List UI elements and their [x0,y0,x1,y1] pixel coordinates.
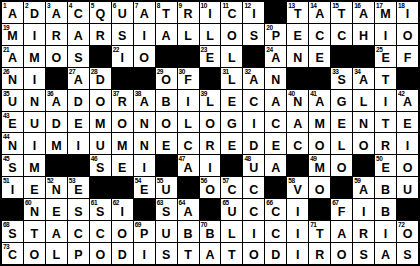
grid-cell[interactable]: 26N [2,68,23,89]
cell-letter: I [77,140,80,155]
grid-cell[interactable]: N [134,112,155,133]
grid-cell[interactable]: 40N [287,90,308,111]
grid-cell[interactable]: E [397,112,418,133]
grid-cell[interactable]: 57C [221,177,242,198]
cell-letter: R [359,228,368,243]
cell-letter: I [142,30,145,45]
grid-cell[interactable]: I [178,90,199,111]
block-cell [243,46,264,67]
grid-cell[interactable]: 21A [2,46,23,67]
grid-cell[interactable]: I [134,243,155,264]
grid-cell[interactable]: 1A [2,2,23,23]
grid-cell[interactable]: E [24,177,45,198]
cell-letter: B [162,96,171,111]
grid-cell[interactable]: I [287,221,308,242]
grid-cell[interactable]: E [68,112,89,133]
grid-cell[interactable]: P [68,243,89,264]
grid-cell[interactable]: D [112,243,133,264]
grid-cell[interactable]: 20P [265,24,286,45]
grid-cell[interactable]: 43E [2,112,23,133]
grid-cell[interactable]: S [397,243,418,264]
grid-cell[interactable]: 54E [134,177,155,198]
grid-cell[interactable]: A [68,24,89,45]
grid-cell[interactable]: E [331,112,352,133]
grid-cell[interactable]: O [397,155,418,176]
cell-letter: O [337,162,347,177]
grid-cell[interactable]: 35U [2,90,23,111]
grid-cell[interactable]: S [68,46,89,67]
grid-cell[interactable]: I [134,24,155,45]
grid-cell[interactable]: 37R [112,90,133,111]
grid-cell[interactable]: O [331,243,352,264]
cell-letter: E [403,118,411,133]
grid-cell[interactable]: O [309,133,330,154]
cell-letter: A [74,30,83,45]
cell-letter: R [184,8,193,23]
grid-cell[interactable]: O [331,155,352,176]
cell-letter: U [162,184,171,199]
grid-cell[interactable]: G [221,112,242,133]
block-cell [90,46,111,67]
grid-cell[interactable]: 61S [90,199,111,220]
cell-letter: O [337,249,347,264]
cell-letter: T [294,8,302,23]
block-cell [178,46,199,67]
grid-cell[interactable]: O [134,46,155,67]
grid-cell[interactable]: I [287,243,308,264]
grid-cell[interactable]: 44N [2,133,23,154]
grid-cell[interactable]: 32A [243,68,264,89]
grid-cell[interactable]: B [375,177,396,198]
cell-letter: S [359,249,367,264]
cell-letter: B [184,228,193,243]
cell-letter: I [384,96,387,111]
grid-cell[interactable]: O [112,112,133,133]
grid-cell[interactable]: 67F [331,199,352,220]
grid-cell[interactable]: R [375,133,396,154]
grid-cell[interactable]: C [243,90,264,111]
grid-cell[interactable]: M [112,133,133,154]
cell-letter: O [95,249,105,264]
grid-cell[interactable]: D [243,133,264,154]
cell-letter: C [293,140,302,155]
grid-cell[interactable]: 24A [265,46,286,67]
grid-cell[interactable]: 3A [46,2,67,23]
cell-letter: H [359,30,368,45]
grid-cell[interactable]: 17M [375,2,396,23]
cell-letter: L [206,96,214,111]
grid-cell[interactable]: 7A [134,2,155,23]
cell-letter: U [403,184,412,199]
clue-number: 56 [201,177,207,184]
cell-letter: C [337,30,346,45]
grid-cell[interactable]: U [24,112,45,133]
grid-cell[interactable]: 47A [178,155,199,176]
cell-letter: E [272,140,280,155]
grid-cell[interactable]: I [397,133,418,154]
cell-letter: P [74,249,82,264]
cell-letter: E [30,184,38,199]
grid-cell[interactable]: A [265,155,286,176]
grid-cell[interactable]: M [309,112,330,133]
grid-cell[interactable]: L [178,112,199,133]
grid-cell[interactable]: D [265,243,286,264]
cell-letter: I [362,206,365,221]
grid-cell[interactable]: 8T [156,2,177,23]
grid-cell[interactable]: S [353,243,374,264]
grid-cell[interactable]: 59A [353,177,374,198]
grid-cell[interactable]: 49M [309,155,330,176]
grid-cell[interactable]: I [353,199,374,220]
grid-cell[interactable]: 62I [112,199,133,220]
cell-letter: G [337,96,347,111]
grid-cell[interactable]: C [309,24,330,45]
grid-cell[interactable]: 27A [68,68,89,89]
block-cell [46,68,67,89]
grid-cell[interactable]: 29O [156,68,177,89]
grid-cell[interactable]: I [68,133,89,154]
cell-letter: O [227,30,237,45]
grid-cell[interactable]: L [331,133,352,154]
cell-letter: M [29,52,39,67]
grid-cell[interactable]: E [221,133,242,154]
grid-cell[interactable]: O [309,177,330,198]
grid-cell[interactable]: T [178,243,199,264]
grid-cell[interactable]: 73C [2,243,23,264]
grid-cell[interactable]: R [309,243,330,264]
grid-cell[interactable]: C [90,221,111,242]
grid-cell[interactable]: 33S [331,68,352,89]
grid-cell[interactable]: N [24,90,45,111]
grid-cell[interactable]: I [134,155,155,176]
grid-cell[interactable]: O [112,221,133,242]
cell-letter: N [271,74,280,89]
grid-cell[interactable]: E [46,199,67,220]
grid-cell[interactable]: A [46,221,67,242]
cell-letter: L [228,74,236,89]
grid-cell[interactable]: O [397,24,418,45]
grid-cell[interactable]: 41A [309,90,330,111]
clue-number: 49 [310,155,316,162]
grid-cell[interactable]: C [331,24,352,45]
cell-letter: L [228,228,236,243]
grid-cell[interactable]: H [353,24,374,45]
grid-cell[interactable]: O [200,112,221,133]
clue-number: 17 [376,2,382,9]
grid-cell[interactable]: B [375,199,396,220]
grid-cell[interactable]: A [265,90,286,111]
grid-cell[interactable]: 31L [221,68,242,89]
clue-number: 40 [288,90,294,97]
cell-letter: I [33,140,36,155]
block-cell [287,155,308,176]
cell-letter: A [271,52,280,67]
grid-cell[interactable]: B [156,90,177,111]
grid-cell[interactable]: O [243,243,264,264]
grid-cell[interactable]: 53E [68,177,89,198]
grid-cell[interactable]: O [24,243,45,264]
grid-cell[interactable]: 64A [178,199,199,220]
clue-number: 11 [222,2,228,9]
cell-letter: L [206,30,214,45]
cell-letter: E [140,184,148,199]
grid-cell[interactable]: 4C [68,2,89,23]
grid-cell[interactable]: 65U [221,199,242,220]
cell-letter: A [359,184,368,199]
grid-cell[interactable]: T [375,112,396,133]
grid-cell[interactable]: C [287,133,308,154]
grid-cell[interactable]: R [90,24,111,45]
block-cell [2,199,23,220]
cell-letter: S [96,206,104,221]
grid-cell[interactable]: T [24,221,45,242]
cell-letter: I [384,228,387,243]
grid-cell[interactable]: O [90,243,111,264]
cell-letter: T [228,249,236,264]
cell-letter: I [33,74,36,89]
grid-cell[interactable]: R [46,24,67,45]
cell-letter: B [381,206,390,221]
clue-number: 25 [376,46,382,53]
cell-letter: T [162,8,170,23]
grid-cell[interactable]: U [156,221,177,242]
cell-letter: A [140,8,149,23]
clue-number: 58 [288,177,294,184]
grid-cell[interactable]: N [134,133,155,154]
block-cell [134,199,155,220]
cell-letter: I [252,118,255,133]
grid-cell[interactable]: E [221,90,242,111]
grid-cell[interactable]: 68S [2,221,23,242]
grid-cell[interactable]: C [265,112,286,133]
grid-cell[interactable]: S [243,24,264,45]
cell-letter: O [139,52,149,67]
grid-cell[interactable]: O [90,90,111,111]
grid-cell[interactable]: 12I [243,2,264,23]
grid-cell[interactable]: 16A [353,2,374,23]
grid-cell[interactable]: C [68,221,89,242]
cell-letter: L [53,249,61,264]
grid-cell[interactable]: 22I [112,46,133,67]
cell-letter: S [8,162,16,177]
grid-cell[interactable]: F [397,46,418,67]
grid-cell[interactable]: M [46,133,67,154]
grid-cell[interactable]: E [309,46,330,67]
grid-cell[interactable]: 42A [397,90,418,111]
cell-letter: I [406,8,409,23]
clue-number: 61 [91,199,97,206]
grid-cell[interactable]: 28D [90,68,111,89]
grid-cell[interactable]: 18I [397,2,418,23]
cell-letter: O [161,74,171,89]
grid-cell[interactable]: 50E [375,155,396,176]
grid-cell[interactable]: 52N [46,177,67,198]
grid-cell[interactable]: 38A [134,90,155,111]
grid-cell[interactable]: C [243,199,264,220]
grid-cell[interactable]: 25E [375,46,396,67]
cell-letter: I [33,30,36,45]
grid-cell[interactable]: 69P [134,221,155,242]
cell-letter: C [227,8,236,23]
grid-cell[interactable]: I [243,221,264,242]
grid-cell[interactable]: 48U [243,155,264,176]
grid-cell[interactable]: B [178,221,199,242]
grid-cell[interactable]: C [243,177,264,198]
grid-cell[interactable]: O [156,112,177,133]
cell-letter: C [249,96,258,111]
clue-number: 60 [25,199,31,206]
grid-cell[interactable]: A [287,112,308,133]
cell-letter: A [8,52,17,67]
grid-cell[interactable]: C [178,133,199,154]
grid-cell[interactable]: G [331,90,352,111]
grid-cell[interactable]: I [243,112,264,133]
grid-cell[interactable]: L [221,46,242,67]
block-cell [353,46,374,67]
grid-cell[interactable]: E [112,155,133,176]
cell-letter: I [406,140,409,155]
grid-cell[interactable]: 6U [112,2,133,23]
grid-cell[interactable]: N [287,46,308,67]
grid-cell[interactable]: 5Q [90,2,111,23]
grid-cell[interactable]: 45S [2,155,23,176]
grid-cell[interactable]: I [24,24,45,45]
grid-cell[interactable]: T [221,243,242,264]
grid-cell[interactable]: M [24,46,45,67]
grid-cell[interactable]: D [46,112,67,133]
grid-cell[interactable]: 63S [156,199,177,220]
grid-cell[interactable]: 55U [156,177,177,198]
grid-cell[interactable]: 2D [24,2,45,23]
grid-cell[interactable]: A [331,221,352,242]
clue-number: 57 [222,177,228,184]
cell-letter: S [118,30,126,45]
grid-cell[interactable]: E [265,133,286,154]
cell-letter: F [338,206,346,221]
grid-cell[interactable]: 9R [178,2,199,23]
grid-cell[interactable]: 58V [287,177,308,198]
grid-cell[interactable]: O [353,133,374,154]
grid-cell[interactable]: I [375,90,396,111]
grid-cell[interactable]: L [178,24,199,45]
grid-cell[interactable]: L [221,221,242,242]
cell-letter: A [184,162,193,177]
clue-number: 65 [222,199,228,206]
cell-letter: E [52,206,60,221]
grid-cell[interactable]: 66C [265,199,286,220]
grid-cell[interactable]: A [200,243,221,264]
grid-cell[interactable]: 60N [24,199,45,220]
grid-cell[interactable]: T [375,68,396,89]
cell-letter: T [338,8,346,23]
grid-cell[interactable]: N [353,112,374,133]
grid-cell[interactable]: A [375,243,396,264]
cell-letter: C [184,140,193,155]
grid-cell[interactable]: R [200,133,221,154]
grid-cell[interactable]: 71T [309,221,330,242]
block-cell [46,155,67,176]
grid-cell[interactable]: L [200,24,221,45]
grid-cell[interactable]: L [353,90,374,111]
grid-cell[interactable]: 70B [200,221,221,242]
grid-cell[interactable]: O [221,24,242,45]
clue-number: 16 [354,2,360,9]
grid-cell[interactable]: 30F [178,68,199,89]
cell-letter: D [271,249,280,264]
cell-letter: O [315,184,325,199]
grid-cell[interactable]: 51I [2,177,23,198]
grid-cell[interactable]: S [156,243,177,264]
grid-cell[interactable]: D [68,90,89,111]
grid-cell[interactable]: I [24,68,45,89]
cell-letter: S [403,249,411,264]
grid-cell[interactable]: 46S [90,155,111,176]
grid-cell[interactable]: C [265,221,286,242]
grid-cell[interactable]: A [156,24,177,45]
grid-cell[interactable]: E [287,24,308,45]
grid-cell[interactable]: L [46,243,67,264]
grid-cell[interactable]: M [24,155,45,176]
grid-cell[interactable]: 34A [353,68,374,89]
cell-letter: C [249,184,258,199]
grid-cell[interactable]: I [200,155,221,176]
cell-letter: A [184,206,193,221]
cell-letter: S [250,30,258,45]
cell-letter: N [359,118,368,133]
grid-cell[interactable]: S [112,24,133,45]
grid-cell[interactable]: S [68,199,89,220]
cell-letter: U [249,162,258,177]
grid-cell[interactable]: 39L [200,90,221,111]
grid-cell[interactable]: 11C [221,2,242,23]
cell-letter: I [142,162,145,177]
grid-cell[interactable]: 56O [200,177,221,198]
grid-cell[interactable]: I [24,133,45,154]
grid-cell[interactable]: R [353,221,374,242]
cell-letter: N [293,96,302,111]
grid-cell[interactable]: 10I [200,2,221,23]
grid-cell[interactable]: 72O [397,221,418,242]
grid-cell[interactable]: I [287,199,308,220]
clue-number: 70 [201,221,207,228]
cell-letter: U [227,206,236,221]
grid-cell[interactable]: 14A [309,2,330,23]
grid-cell[interactable]: 36A [46,90,67,111]
grid-cell[interactable]: 23E [200,46,221,67]
grid-cell[interactable]: O [46,46,67,67]
grid-cell[interactable]: M [90,112,111,133]
cell-letter: C [271,228,280,243]
grid-cell[interactable]: N [265,68,286,89]
grid-cell[interactable]: 15T [331,2,352,23]
cell-letter: M [315,118,325,133]
grid-cell[interactable]: E [156,133,177,154]
clue-number: 53 [69,177,75,184]
grid-cell[interactable]: U [90,133,111,154]
grid-cell[interactable]: 19M [2,24,23,45]
cell-letter: N [293,52,302,67]
grid-cell[interactable]: I [375,221,396,242]
cell-letter: S [74,52,82,67]
cell-letter: C [271,206,280,221]
cell-letter: A [315,8,324,23]
cell-letter: A [8,8,17,23]
cell-letter: I [11,184,14,199]
cell-letter: S [162,249,170,264]
grid-cell[interactable]: I [375,24,396,45]
grid-cell[interactable]: U [397,177,418,198]
grid-cell[interactable]: 13T [287,2,308,23]
